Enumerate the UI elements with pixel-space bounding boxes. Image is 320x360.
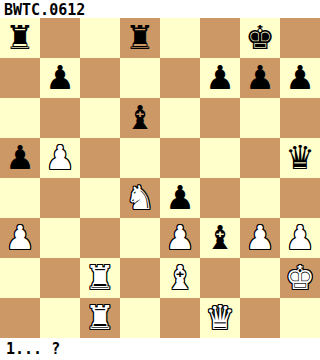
black-pawn-piece[interactable]: ♟ xyxy=(165,178,195,218)
square-e3[interactable]: ♟ xyxy=(160,218,200,258)
square-e1[interactable] xyxy=(160,298,200,338)
square-f5[interactable] xyxy=(200,138,240,178)
white-knight-piece[interactable]: ♞ xyxy=(125,178,155,218)
square-e4[interactable]: ♟ xyxy=(160,178,200,218)
square-h1[interactable] xyxy=(280,298,320,338)
square-b8[interactable] xyxy=(40,18,80,58)
square-d2[interactable] xyxy=(120,258,160,298)
square-b2[interactable] xyxy=(40,258,80,298)
square-f7[interactable]: ♟ xyxy=(200,58,240,98)
square-d7[interactable] xyxy=(120,58,160,98)
square-h4[interactable] xyxy=(280,178,320,218)
square-f8[interactable] xyxy=(200,18,240,58)
square-d4[interactable]: ♞ xyxy=(120,178,160,218)
black-rook-piece[interactable]: ♜ xyxy=(5,18,35,58)
white-pawn-piece[interactable]: ♟ xyxy=(5,218,35,258)
square-a1[interactable] xyxy=(0,298,40,338)
square-c7[interactable] xyxy=(80,58,120,98)
square-g4[interactable] xyxy=(240,178,280,218)
square-b5[interactable]: ♟ xyxy=(40,138,80,178)
white-king-piece[interactable]: ♚ xyxy=(285,258,315,298)
black-pawn-piece[interactable]: ♟ xyxy=(5,138,35,178)
square-a5[interactable]: ♟ xyxy=(0,138,40,178)
white-pawn-piece[interactable]: ♟ xyxy=(285,218,315,258)
square-d3[interactable] xyxy=(120,218,160,258)
white-queen-piece[interactable]: ♛ xyxy=(205,298,235,338)
black-rook-piece[interactable]: ♜ xyxy=(125,18,155,58)
square-e8[interactable] xyxy=(160,18,200,58)
square-a8[interactable]: ♜ xyxy=(0,18,40,58)
square-c5[interactable] xyxy=(80,138,120,178)
square-f6[interactable] xyxy=(200,98,240,138)
square-f3[interactable]: ♝ xyxy=(200,218,240,258)
square-a6[interactable] xyxy=(0,98,40,138)
black-bishop-piece[interactable]: ♝ xyxy=(125,98,155,138)
white-pawn-piece[interactable]: ♟ xyxy=(245,218,275,258)
white-pawn-piece[interactable]: ♟ xyxy=(165,218,195,258)
square-a3[interactable]: ♟ xyxy=(0,218,40,258)
square-b7[interactable]: ♟ xyxy=(40,58,80,98)
white-rook-piece[interactable]: ♜ xyxy=(85,298,115,338)
square-g7[interactable]: ♟ xyxy=(240,58,280,98)
square-e5[interactable] xyxy=(160,138,200,178)
square-c2[interactable]: ♜ xyxy=(80,258,120,298)
square-b1[interactable] xyxy=(40,298,80,338)
square-g8[interactable]: ♚ xyxy=(240,18,280,58)
square-e7[interactable] xyxy=(160,58,200,98)
square-f4[interactable] xyxy=(200,178,240,218)
square-d6[interactable]: ♝ xyxy=(120,98,160,138)
square-d8[interactable]: ♜ xyxy=(120,18,160,58)
square-h5[interactable]: ♛ xyxy=(280,138,320,178)
white-pawn-piece[interactable]: ♟ xyxy=(45,138,75,178)
black-pawn-piece[interactable]: ♟ xyxy=(245,58,275,98)
square-g1[interactable] xyxy=(240,298,280,338)
square-h6[interactable] xyxy=(280,98,320,138)
square-c4[interactable] xyxy=(80,178,120,218)
square-a7[interactable] xyxy=(0,58,40,98)
square-c3[interactable] xyxy=(80,218,120,258)
square-c6[interactable] xyxy=(80,98,120,138)
chess-board: ♜♜♚♟♟♟♟♝♟♟♛♞♟♟♟♝♟♟♜♝♚♜♛ xyxy=(0,18,320,338)
square-b6[interactable] xyxy=(40,98,80,138)
black-bishop-piece[interactable]: ♝ xyxy=(205,218,235,258)
black-pawn-piece[interactable]: ♟ xyxy=(205,58,235,98)
square-a2[interactable] xyxy=(0,258,40,298)
square-c1[interactable]: ♜ xyxy=(80,298,120,338)
square-h7[interactable]: ♟ xyxy=(280,58,320,98)
square-g3[interactable]: ♟ xyxy=(240,218,280,258)
black-pawn-piece[interactable]: ♟ xyxy=(45,58,75,98)
black-pawn-piece[interactable]: ♟ xyxy=(285,58,315,98)
square-h2[interactable]: ♚ xyxy=(280,258,320,298)
square-b4[interactable] xyxy=(40,178,80,218)
white-rook-piece[interactable]: ♜ xyxy=(85,258,115,298)
white-bishop-piece[interactable]: ♝ xyxy=(165,258,195,298)
black-king-piece[interactable]: ♚ xyxy=(245,18,275,58)
square-b3[interactable] xyxy=(40,218,80,258)
square-c8[interactable] xyxy=(80,18,120,58)
square-d5[interactable] xyxy=(120,138,160,178)
square-f1[interactable]: ♛ xyxy=(200,298,240,338)
black-queen-piece[interactable]: ♛ xyxy=(285,138,315,178)
square-h8[interactable] xyxy=(280,18,320,58)
square-e2[interactable]: ♝ xyxy=(160,258,200,298)
square-g5[interactable] xyxy=(240,138,280,178)
puzzle-title: BWTC.0612 xyxy=(4,1,85,19)
square-e6[interactable] xyxy=(160,98,200,138)
square-f2[interactable] xyxy=(200,258,240,298)
move-prompt: 1... ? xyxy=(6,340,60,358)
square-g2[interactable] xyxy=(240,258,280,298)
square-g6[interactable] xyxy=(240,98,280,138)
square-h3[interactable]: ♟ xyxy=(280,218,320,258)
square-a4[interactable] xyxy=(0,178,40,218)
square-d1[interactable] xyxy=(120,298,160,338)
